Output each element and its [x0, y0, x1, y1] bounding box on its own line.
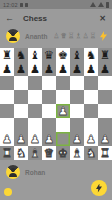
piece-black-rook: ♜: [100, 48, 110, 62]
square-g7[interactable]: ♟: [84, 62, 98, 76]
status-icons: [90, 2, 109, 8]
square-b7[interactable]: ♟: [14, 62, 28, 76]
captured-pieces-tray: ♙♕♖♗♙♖: [53, 33, 96, 40]
player-name-top: Ananth: [25, 33, 47, 40]
square-e8[interactable]: ♚: [56, 48, 70, 62]
piece-white-rook: ♜: [2, 146, 12, 160]
piece-white-pawn: ♟: [30, 132, 40, 146]
notification-icon: [25, 3, 28, 7]
square-e4[interactable]: ♟: [56, 104, 70, 118]
square-c8[interactable]: ♝: [28, 48, 42, 62]
piece-black-rook: ♜: [2, 48, 12, 62]
chess-board: ♜♞♝♛♚♝♞♜♟♟♟♟♟♟♟♟♟♟♟♟♟♟♟♟♜♞♝♛♚♝♞♜: [0, 48, 112, 160]
square-d2[interactable]: ♟: [42, 132, 56, 146]
tray-piece-icon: ♖: [90, 33, 96, 40]
square-a7[interactable]: ♟: [0, 62, 14, 76]
tray-piece-icon: ♖: [68, 33, 74, 40]
person-icon: [9, 173, 17, 177]
piece-white-pawn: ♟: [100, 132, 110, 146]
piece-black-bishop: ♝: [30, 48, 40, 62]
square-a2[interactable]: ♟: [0, 132, 14, 146]
square-f2[interactable]: ♟: [70, 132, 84, 146]
square-f1[interactable]: ♝: [70, 146, 84, 160]
signal-icon: [98, 2, 104, 7]
piece-black-king: ♚: [58, 48, 68, 62]
piece-black-pawn: ♟: [44, 62, 54, 76]
lightning-icon: [100, 31, 107, 41]
square-c7[interactable]: ♟: [28, 62, 42, 76]
square-c5[interactable]: [28, 90, 42, 104]
square-d5[interactable]: [42, 90, 56, 104]
player-row-bottom: Rohan: [0, 162, 112, 182]
piece-black-queen: ♛: [44, 48, 54, 62]
square-a8[interactable]: ♜: [0, 48, 14, 62]
piece-black-pawn: ♟: [2, 62, 12, 76]
square-e7[interactable]: ♟: [56, 62, 70, 76]
square-a1[interactable]: ♜: [0, 146, 14, 160]
wifi-icon: [90, 2, 96, 7]
piece-black-knight: ♞: [16, 48, 26, 62]
piece-black-pawn: ♟: [58, 62, 68, 76]
square-e5[interactable]: [56, 90, 70, 104]
piece-white-queen: ♛: [44, 146, 54, 160]
piece-white-pawn: ♟: [72, 132, 82, 146]
square-b5[interactable]: [14, 90, 28, 104]
status-bar: 12:02: [0, 0, 112, 9]
square-a4[interactable]: [0, 104, 14, 118]
tray-piece-icon: ♙: [53, 33, 59, 40]
piece-white-pawn: ♟: [44, 132, 54, 146]
square-a6[interactable]: [0, 76, 14, 90]
square-b8[interactable]: ♞: [14, 48, 28, 62]
square-f6[interactable]: [70, 76, 84, 90]
square-c2[interactable]: ♟: [28, 132, 42, 146]
square-d3[interactable]: [42, 118, 56, 132]
piece-white-bishop: ♝: [72, 146, 82, 160]
square-a3[interactable]: [0, 118, 14, 132]
square-f8[interactable]: ♝: [70, 48, 84, 62]
piece-white-knight: ♞: [86, 146, 96, 160]
back-button[interactable]: ←: [5, 14, 14, 23]
square-d7[interactable]: ♟: [42, 62, 56, 76]
square-h1[interactable]: ♜: [98, 146, 112, 160]
flash-fab-button[interactable]: [91, 180, 107, 196]
square-h6[interactable]: [98, 76, 112, 90]
square-b4[interactable]: [14, 104, 28, 118]
piece-white-knight: ♞: [16, 146, 26, 160]
clock: 12:02: [3, 2, 18, 8]
app-bar: ← Chess ✕: [0, 9, 112, 27]
piece-white-king: ♚: [58, 146, 68, 160]
bottom-left-accent-icon[interactable]: [4, 188, 12, 196]
square-a5[interactable]: [0, 90, 14, 104]
square-d1[interactable]: ♛: [42, 146, 56, 160]
square-f7[interactable]: ♟: [70, 62, 84, 76]
square-f3[interactable]: [70, 118, 84, 132]
square-h5[interactable]: [98, 90, 112, 104]
square-h7[interactable]: ♟: [98, 62, 112, 76]
square-c3[interactable]: [28, 118, 42, 132]
square-h3[interactable]: [98, 118, 112, 132]
square-f4[interactable]: [70, 104, 84, 118]
square-g4[interactable]: [84, 104, 98, 118]
piece-black-bishop: ♝: [72, 48, 82, 62]
piece-black-pawn: ♟: [30, 62, 40, 76]
person-icon: [11, 168, 15, 172]
player-row-top: Ananth ♙♕♖♗♙♖: [0, 26, 112, 46]
square-h4[interactable]: [98, 104, 112, 118]
square-c1[interactable]: ♝: [28, 146, 42, 160]
square-g1[interactable]: ♞: [84, 146, 98, 160]
lightning-icon: [96, 184, 102, 193]
square-e3[interactable]: [56, 118, 70, 132]
person-icon: [11, 32, 15, 36]
person-icon: [9, 37, 17, 41]
square-b2[interactable]: ♟: [14, 132, 28, 146]
square-b3[interactable]: [14, 118, 28, 132]
piece-white-pawn: ♟: [58, 104, 68, 118]
square-b1[interactable]: ♞: [14, 146, 28, 160]
page-title: Chess: [23, 14, 47, 23]
player-name-bottom: Rohan: [25, 169, 45, 176]
piece-black-pawn: ♟: [16, 62, 26, 76]
square-b6[interactable]: [14, 76, 28, 90]
piece-white-rook: ♜: [100, 146, 110, 160]
square-d4[interactable]: [42, 104, 56, 118]
square-f5[interactable]: [70, 90, 84, 104]
tray-piece-icon: ♙: [82, 33, 88, 40]
square-h8[interactable]: ♜: [98, 48, 112, 62]
piece-white-pawn: ♟: [16, 132, 26, 146]
piece-white-bishop: ♝: [30, 146, 40, 160]
square-c6[interactable]: [28, 76, 42, 90]
piece-black-pawn: ♟: [100, 62, 110, 76]
square-g2[interactable]: ♟: [84, 132, 98, 146]
square-g5[interactable]: [84, 90, 98, 104]
square-g3[interactable]: [84, 118, 98, 132]
square-g6[interactable]: [84, 76, 98, 90]
square-g8[interactable]: ♞: [84, 48, 98, 62]
piece-black-knight: ♞: [86, 48, 96, 62]
piece-white-pawn: ♟: [2, 132, 12, 146]
square-h2[interactable]: ♟: [98, 132, 112, 146]
piece-black-pawn: ♟: [72, 62, 82, 76]
close-button[interactable]: ✕: [99, 14, 106, 23]
piece-black-pawn: ♟: [86, 62, 96, 76]
chess-app: 12:02 ← Chess ✕ Ananth ♙♕♖♗♙♖ ♜♞♝♛♚♝♞♜♟♟…: [0, 0, 112, 200]
notification-icon: [20, 3, 23, 7]
square-e6[interactable]: [56, 76, 70, 90]
square-e1[interactable]: ♚: [56, 146, 70, 160]
tray-piece-icon: ♕: [61, 33, 67, 40]
piece-white-pawn: ♟: [86, 132, 96, 146]
battery-icon: [106, 2, 109, 8]
avatar-ananth: [6, 29, 20, 43]
square-e2[interactable]: [56, 132, 70, 146]
square-d8[interactable]: ♛: [42, 48, 56, 62]
square-d6[interactable]: [42, 76, 56, 90]
tray-piece-icon: ♗: [75, 33, 81, 40]
avatar-rohan: [6, 165, 20, 179]
square-c4[interactable]: [28, 104, 42, 118]
